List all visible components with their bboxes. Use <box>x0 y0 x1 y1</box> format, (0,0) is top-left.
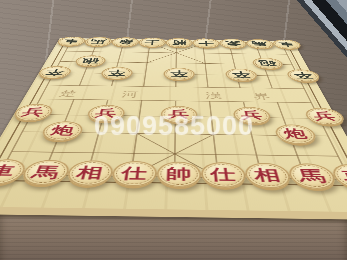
piece-black-soldier[interactable]: 卒 <box>163 67 195 80</box>
point-d2 <box>118 124 160 144</box>
point-b9: 馬 <box>82 38 113 48</box>
point-d5 <box>128 81 163 94</box>
piece-red-soldier[interactable]: 兵 <box>160 106 198 124</box>
piece-black-advisor[interactable]: 士 <box>138 38 166 48</box>
piece-character: 帥 <box>156 161 202 187</box>
point-d9: 士 <box>137 38 165 48</box>
piece-character: 仕 <box>110 161 158 187</box>
point-g2 <box>235 125 279 145</box>
point-a6: 卒 <box>35 67 73 80</box>
piece-character: 砲 <box>251 58 285 70</box>
point-b2: 炮 <box>37 123 84 143</box>
point-g9: 象 <box>219 40 249 50</box>
piece-black-horse[interactable]: 馬 <box>82 37 113 47</box>
board-grid: 車馬象士將士象馬車砲砲卒卒卒卒卒兵兵兵兵兵炮炮車馬相仕帥仕相馬車 <box>0 37 347 192</box>
point-f3 <box>196 108 235 126</box>
piece-character: 砲 <box>73 55 107 67</box>
point-i8 <box>276 50 309 60</box>
point-d3 <box>122 107 161 125</box>
piece-black-advisor[interactable]: 士 <box>192 38 220 48</box>
point-f5 <box>195 82 229 95</box>
piece-character: 卒 <box>285 69 323 82</box>
point-e0: 帥 <box>155 164 201 190</box>
point-f8 <box>193 49 222 59</box>
piece-black-cannon[interactable]: 砲 <box>251 58 285 70</box>
piece-character: 卒 <box>99 67 133 80</box>
piece-red-soldier[interactable]: 兵 <box>85 105 126 122</box>
point-g5 <box>227 82 263 95</box>
point-g3: 兵 <box>232 108 273 126</box>
piece-black-soldier[interactable]: 卒 <box>35 66 73 79</box>
point-d4 <box>126 93 162 107</box>
point-f6 <box>194 69 227 82</box>
point-b7: 砲 <box>72 56 106 68</box>
piece-character: 兵 <box>85 105 126 122</box>
point-f4 <box>196 94 232 108</box>
piece-black-general[interactable]: 將 <box>165 38 193 48</box>
point-c9: 象 <box>110 38 140 48</box>
piece-character: 象 <box>218 39 247 49</box>
point-b5 <box>61 80 99 93</box>
point-f7 <box>193 58 224 70</box>
piece-black-soldier[interactable]: 卒 <box>224 68 258 81</box>
piece-black-elephant[interactable]: 象 <box>110 37 139 47</box>
piece-character: 將 <box>165 38 193 48</box>
piece-character: 卒 <box>163 67 195 80</box>
piece-character: 仕 <box>200 162 248 188</box>
point-c6: 卒 <box>99 68 134 81</box>
point-d6 <box>131 68 164 81</box>
point-c2 <box>78 123 122 143</box>
piece-character: 馬 <box>245 39 276 49</box>
piece-black-chariot[interactable]: 車 <box>271 39 303 49</box>
piece-black-soldier[interactable]: 卒 <box>285 69 323 82</box>
piece-character: 卒 <box>224 68 258 81</box>
piece-character: 兵 <box>232 107 273 125</box>
point-d8 <box>136 48 166 58</box>
piece-character: 卒 <box>35 66 73 79</box>
piece-character: 馬 <box>82 37 113 47</box>
point-e2 <box>158 124 198 144</box>
point-f0: 仕 <box>200 164 248 190</box>
piece-character: 相 <box>64 160 115 186</box>
point-d7 <box>133 57 164 69</box>
piece-red-advisor[interactable]: 仕 <box>110 161 158 187</box>
point-g6: 卒 <box>224 70 258 83</box>
point-c8 <box>107 47 138 57</box>
point-d0: 仕 <box>109 163 157 189</box>
point-i5 <box>291 83 330 96</box>
point-c3: 兵 <box>84 106 125 124</box>
point-b6 <box>67 67 103 80</box>
photo-scene: 楚 河 漢 界 車馬象士將士象馬車砲砲卒卒卒卒卒兵兵兵兵兵炮炮車馬相仕帥仕相馬車… <box>0 0 347 260</box>
point-c0: 相 <box>63 163 115 189</box>
point-f2 <box>198 125 240 145</box>
point-e3: 兵 <box>160 107 198 125</box>
point-b4 <box>55 92 95 106</box>
piece-red-elephant[interactable]: 相 <box>64 160 115 186</box>
piece-black-soldier[interactable]: 卒 <box>99 67 133 80</box>
piece-black-cannon[interactable]: 砲 <box>73 55 107 67</box>
piece-red-cannon[interactable]: 炮 <box>38 121 85 141</box>
point-i6: 卒 <box>285 70 323 83</box>
piece-red-advisor[interactable]: 仕 <box>200 162 248 188</box>
piece-character: 炮 <box>38 121 85 141</box>
piece-character: 象 <box>110 37 139 47</box>
point-h9: 馬 <box>245 40 276 50</box>
piece-character: 士 <box>138 38 166 48</box>
piece-black-elephant[interactable]: 象 <box>218 39 247 49</box>
point-h7: 砲 <box>251 59 285 71</box>
point-e8 <box>164 48 193 58</box>
point-e5 <box>162 81 196 94</box>
point-g8 <box>220 49 251 59</box>
piece-character: 兵 <box>160 106 198 124</box>
point-c5 <box>95 80 131 93</box>
piece-black-horse[interactable]: 馬 <box>245 39 276 49</box>
piece-red-general[interactable]: 帥 <box>156 161 202 187</box>
point-i9: 車 <box>271 40 303 50</box>
piece-character: 士 <box>192 38 220 48</box>
piece-character: 車 <box>271 39 303 49</box>
xiangqi-board: 楚 河 漢 界 車馬象士將士象馬車砲砲卒卒卒卒卒兵兵兵兵兵炮炮車馬相仕帥仕相馬車 <box>0 38 347 220</box>
point-f9: 士 <box>192 39 220 49</box>
point-e6: 卒 <box>163 69 195 82</box>
piece-red-soldier[interactable]: 兵 <box>232 107 273 125</box>
point-e9: 將 <box>165 39 193 49</box>
